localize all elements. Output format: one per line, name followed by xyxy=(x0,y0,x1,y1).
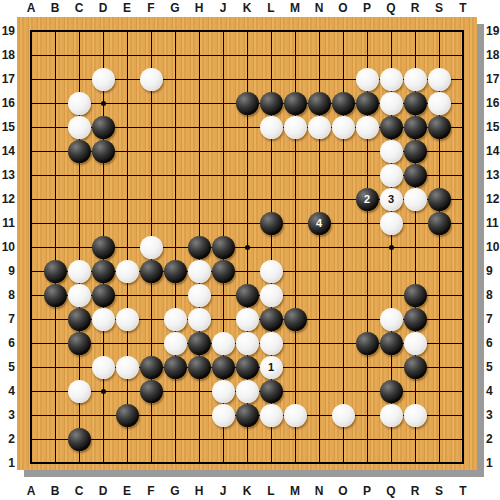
intersection-A14[interactable] xyxy=(19,139,43,163)
intersection-A2[interactable] xyxy=(19,427,43,451)
intersection-R14[interactable] xyxy=(403,139,427,163)
intersection-T6[interactable] xyxy=(451,331,475,355)
intersection-D3[interactable] xyxy=(91,403,115,427)
intersection-S9[interactable] xyxy=(427,259,451,283)
intersection-P6[interactable] xyxy=(355,331,379,355)
intersection-J18[interactable] xyxy=(211,43,235,67)
intersection-Q2[interactable] xyxy=(379,427,403,451)
intersection-M4[interactable] xyxy=(283,379,307,403)
intersection-P5[interactable] xyxy=(355,355,379,379)
intersection-R15[interactable] xyxy=(403,115,427,139)
intersection-E17[interactable] xyxy=(115,67,139,91)
intersection-B14[interactable] xyxy=(43,139,67,163)
intersection-A10[interactable] xyxy=(19,235,43,259)
intersection-A1[interactable] xyxy=(19,451,43,475)
intersection-G5[interactable] xyxy=(163,355,187,379)
intersection-C3[interactable] xyxy=(67,403,91,427)
intersection-G8[interactable] xyxy=(163,283,187,307)
intersection-L18[interactable] xyxy=(259,43,283,67)
intersection-M11[interactable] xyxy=(283,211,307,235)
intersection-T13[interactable] xyxy=(451,163,475,187)
intersection-S7[interactable] xyxy=(427,307,451,331)
intersection-E5[interactable] xyxy=(115,355,139,379)
intersection-H1[interactable] xyxy=(187,451,211,475)
intersection-T1[interactable] xyxy=(451,451,475,475)
intersection-S16[interactable] xyxy=(427,91,451,115)
intersection-S15[interactable] xyxy=(427,115,451,139)
intersection-G13[interactable] xyxy=(163,163,187,187)
intersection-A6[interactable] xyxy=(19,331,43,355)
intersection-K12[interactable] xyxy=(235,187,259,211)
intersection-S1[interactable] xyxy=(427,451,451,475)
intersection-G9[interactable] xyxy=(163,259,187,283)
intersection-O11[interactable] xyxy=(331,211,355,235)
intersection-M14[interactable] xyxy=(283,139,307,163)
intersection-N19[interactable] xyxy=(307,19,331,43)
intersection-C17[interactable] xyxy=(67,67,91,91)
intersection-P19[interactable] xyxy=(355,19,379,43)
intersection-L3[interactable] xyxy=(259,403,283,427)
intersection-J1[interactable] xyxy=(211,451,235,475)
intersection-L13[interactable] xyxy=(259,163,283,187)
intersection-Q13[interactable] xyxy=(379,163,403,187)
intersection-A17[interactable] xyxy=(19,67,43,91)
intersection-H4[interactable] xyxy=(187,379,211,403)
intersection-H8[interactable] xyxy=(187,283,211,307)
intersection-R1[interactable] xyxy=(403,451,427,475)
intersection-R11[interactable] xyxy=(403,211,427,235)
intersection-H13[interactable] xyxy=(187,163,211,187)
intersection-C16[interactable] xyxy=(67,91,91,115)
intersection-H7[interactable] xyxy=(187,307,211,331)
intersection-F12[interactable] xyxy=(139,187,163,211)
intersection-H19[interactable] xyxy=(187,19,211,43)
intersection-J19[interactable] xyxy=(211,19,235,43)
intersection-L5[interactable]: 1 xyxy=(259,355,283,379)
intersection-Q18[interactable] xyxy=(379,43,403,67)
intersection-C11[interactable] xyxy=(67,211,91,235)
intersection-O19[interactable] xyxy=(331,19,355,43)
intersection-M17[interactable] xyxy=(283,67,307,91)
intersection-C13[interactable] xyxy=(67,163,91,187)
intersection-L6[interactable] xyxy=(259,331,283,355)
intersection-D15[interactable] xyxy=(91,115,115,139)
intersection-E1[interactable] xyxy=(115,451,139,475)
intersection-R8[interactable] xyxy=(403,283,427,307)
intersection-L10[interactable] xyxy=(259,235,283,259)
intersection-J17[interactable] xyxy=(211,67,235,91)
intersection-J7[interactable] xyxy=(211,307,235,331)
intersection-C5[interactable] xyxy=(67,355,91,379)
intersection-E10[interactable] xyxy=(115,235,139,259)
intersection-F14[interactable] xyxy=(139,139,163,163)
intersection-O9[interactable] xyxy=(331,259,355,283)
intersection-A3[interactable] xyxy=(19,403,43,427)
intersection-N1[interactable] xyxy=(307,451,331,475)
intersection-B16[interactable] xyxy=(43,91,67,115)
intersection-F1[interactable] xyxy=(139,451,163,475)
intersection-T16[interactable] xyxy=(451,91,475,115)
intersection-E6[interactable] xyxy=(115,331,139,355)
intersection-H16[interactable] xyxy=(187,91,211,115)
intersection-S19[interactable] xyxy=(427,19,451,43)
intersection-T2[interactable] xyxy=(451,427,475,451)
intersection-S5[interactable] xyxy=(427,355,451,379)
intersection-L2[interactable] xyxy=(259,427,283,451)
intersection-D7[interactable] xyxy=(91,307,115,331)
intersection-R10[interactable] xyxy=(403,235,427,259)
intersection-R9[interactable] xyxy=(403,259,427,283)
intersection-G2[interactable] xyxy=(163,427,187,451)
intersection-T7[interactable] xyxy=(451,307,475,331)
intersection-A5[interactable] xyxy=(19,355,43,379)
intersection-F15[interactable] xyxy=(139,115,163,139)
intersection-F18[interactable] xyxy=(139,43,163,67)
intersection-S10[interactable] xyxy=(427,235,451,259)
intersection-B6[interactable] xyxy=(43,331,67,355)
intersection-K2[interactable] xyxy=(235,427,259,451)
intersection-B3[interactable] xyxy=(43,403,67,427)
intersection-P10[interactable] xyxy=(355,235,379,259)
intersection-B5[interactable] xyxy=(43,355,67,379)
intersection-P14[interactable] xyxy=(355,139,379,163)
intersection-F7[interactable] xyxy=(139,307,163,331)
intersection-R17[interactable] xyxy=(403,67,427,91)
intersection-J14[interactable] xyxy=(211,139,235,163)
intersection-P7[interactable] xyxy=(355,307,379,331)
intersection-E9[interactable] xyxy=(115,259,139,283)
intersection-N14[interactable] xyxy=(307,139,331,163)
intersection-J5[interactable] xyxy=(211,355,235,379)
intersection-S12[interactable] xyxy=(427,187,451,211)
intersection-F11[interactable] xyxy=(139,211,163,235)
intersection-C7[interactable] xyxy=(67,307,91,331)
intersection-O3[interactable] xyxy=(331,403,355,427)
intersection-N10[interactable] xyxy=(307,235,331,259)
intersection-N4[interactable] xyxy=(307,379,331,403)
intersection-T5[interactable] xyxy=(451,355,475,379)
intersection-Q15[interactable] xyxy=(379,115,403,139)
intersection-K14[interactable] xyxy=(235,139,259,163)
intersection-H14[interactable] xyxy=(187,139,211,163)
intersection-G3[interactable] xyxy=(163,403,187,427)
intersection-R16[interactable] xyxy=(403,91,427,115)
intersection-E16[interactable] xyxy=(115,91,139,115)
intersection-E19[interactable] xyxy=(115,19,139,43)
intersection-B10[interactable] xyxy=(43,235,67,259)
intersection-Q19[interactable] xyxy=(379,19,403,43)
intersection-N5[interactable] xyxy=(307,355,331,379)
intersection-F5[interactable] xyxy=(139,355,163,379)
intersection-B18[interactable] xyxy=(43,43,67,67)
intersection-H6[interactable] xyxy=(187,331,211,355)
intersection-K19[interactable] xyxy=(235,19,259,43)
intersection-E8[interactable] xyxy=(115,283,139,307)
intersection-N11[interactable]: 4 xyxy=(307,211,331,235)
intersection-R2[interactable] xyxy=(403,427,427,451)
intersection-B8[interactable] xyxy=(43,283,67,307)
intersection-S11[interactable] xyxy=(427,211,451,235)
intersection-M13[interactable] xyxy=(283,163,307,187)
intersection-E7[interactable] xyxy=(115,307,139,331)
intersection-B11[interactable] xyxy=(43,211,67,235)
intersection-M2[interactable] xyxy=(283,427,307,451)
intersection-M6[interactable] xyxy=(283,331,307,355)
intersection-F16[interactable] xyxy=(139,91,163,115)
intersection-T17[interactable] xyxy=(451,67,475,91)
intersection-J6[interactable] xyxy=(211,331,235,355)
intersection-M9[interactable] xyxy=(283,259,307,283)
intersection-K5[interactable] xyxy=(235,355,259,379)
intersection-T8[interactable] xyxy=(451,283,475,307)
intersection-S3[interactable] xyxy=(427,403,451,427)
intersection-G4[interactable] xyxy=(163,379,187,403)
intersection-L9[interactable] xyxy=(259,259,283,283)
intersection-R7[interactable] xyxy=(403,307,427,331)
intersection-D8[interactable] xyxy=(91,283,115,307)
intersection-Q5[interactable] xyxy=(379,355,403,379)
intersection-J12[interactable] xyxy=(211,187,235,211)
intersection-L16[interactable] xyxy=(259,91,283,115)
intersection-J8[interactable] xyxy=(211,283,235,307)
intersection-D1[interactable] xyxy=(91,451,115,475)
intersection-P17[interactable] xyxy=(355,67,379,91)
intersection-D11[interactable] xyxy=(91,211,115,235)
intersection-J16[interactable] xyxy=(211,91,235,115)
intersection-Q7[interactable] xyxy=(379,307,403,331)
intersection-D14[interactable] xyxy=(91,139,115,163)
intersection-D5[interactable] xyxy=(91,355,115,379)
intersection-P2[interactable] xyxy=(355,427,379,451)
intersection-C2[interactable] xyxy=(67,427,91,451)
intersection-L12[interactable] xyxy=(259,187,283,211)
intersection-P9[interactable] xyxy=(355,259,379,283)
intersection-C4[interactable] xyxy=(67,379,91,403)
intersection-G14[interactable] xyxy=(163,139,187,163)
intersection-E18[interactable] xyxy=(115,43,139,67)
intersection-P3[interactable] xyxy=(355,403,379,427)
intersection-O18[interactable] xyxy=(331,43,355,67)
intersection-N18[interactable] xyxy=(307,43,331,67)
intersection-E11[interactable] xyxy=(115,211,139,235)
intersection-K3[interactable] xyxy=(235,403,259,427)
intersection-H2[interactable] xyxy=(187,427,211,451)
intersection-B15[interactable] xyxy=(43,115,67,139)
intersection-K18[interactable] xyxy=(235,43,259,67)
intersection-Q14[interactable] xyxy=(379,139,403,163)
intersection-O4[interactable] xyxy=(331,379,355,403)
intersection-J15[interactable] xyxy=(211,115,235,139)
intersection-R5[interactable] xyxy=(403,355,427,379)
intersection-R3[interactable] xyxy=(403,403,427,427)
intersection-C12[interactable] xyxy=(67,187,91,211)
intersection-C8[interactable] xyxy=(67,283,91,307)
intersection-K6[interactable] xyxy=(235,331,259,355)
intersection-P15[interactable] xyxy=(355,115,379,139)
intersection-D13[interactable] xyxy=(91,163,115,187)
intersection-E14[interactable] xyxy=(115,139,139,163)
intersection-M16[interactable] xyxy=(283,91,307,115)
intersection-Q1[interactable] xyxy=(379,451,403,475)
intersection-D2[interactable] xyxy=(91,427,115,451)
intersection-T4[interactable] xyxy=(451,379,475,403)
intersection-N17[interactable] xyxy=(307,67,331,91)
intersection-P12[interactable]: 2 xyxy=(355,187,379,211)
intersection-O6[interactable] xyxy=(331,331,355,355)
intersection-A12[interactable] xyxy=(19,187,43,211)
intersection-S4[interactable] xyxy=(427,379,451,403)
intersection-R12[interactable] xyxy=(403,187,427,211)
intersection-K10[interactable] xyxy=(235,235,259,259)
intersection-J9[interactable] xyxy=(211,259,235,283)
intersection-P11[interactable] xyxy=(355,211,379,235)
intersection-O13[interactable] xyxy=(331,163,355,187)
intersection-L4[interactable] xyxy=(259,379,283,403)
intersection-G1[interactable] xyxy=(163,451,187,475)
intersection-T15[interactable] xyxy=(451,115,475,139)
intersection-A11[interactable] xyxy=(19,211,43,235)
intersection-G15[interactable] xyxy=(163,115,187,139)
intersection-G11[interactable] xyxy=(163,211,187,235)
intersection-H5[interactable] xyxy=(187,355,211,379)
intersection-D6[interactable] xyxy=(91,331,115,355)
intersection-A18[interactable] xyxy=(19,43,43,67)
intersection-N8[interactable] xyxy=(307,283,331,307)
intersection-R4[interactable] xyxy=(403,379,427,403)
intersection-A19[interactable] xyxy=(19,19,43,43)
intersection-C14[interactable] xyxy=(67,139,91,163)
intersection-L19[interactable] xyxy=(259,19,283,43)
intersection-D18[interactable] xyxy=(91,43,115,67)
intersection-E13[interactable] xyxy=(115,163,139,187)
intersection-M5[interactable] xyxy=(283,355,307,379)
intersection-A15[interactable] xyxy=(19,115,43,139)
intersection-H11[interactable] xyxy=(187,211,211,235)
intersection-F10[interactable] xyxy=(139,235,163,259)
intersection-B9[interactable] xyxy=(43,259,67,283)
intersection-L8[interactable] xyxy=(259,283,283,307)
intersection-O15[interactable] xyxy=(331,115,355,139)
intersection-J10[interactable] xyxy=(211,235,235,259)
intersection-Q6[interactable] xyxy=(379,331,403,355)
intersection-M3[interactable] xyxy=(283,403,307,427)
intersection-E4[interactable] xyxy=(115,379,139,403)
intersection-G6[interactable] xyxy=(163,331,187,355)
intersection-H17[interactable] xyxy=(187,67,211,91)
intersection-N2[interactable] xyxy=(307,427,331,451)
intersection-D4[interactable] xyxy=(91,379,115,403)
intersection-F4[interactable] xyxy=(139,379,163,403)
intersection-G19[interactable] xyxy=(163,19,187,43)
intersection-T12[interactable] xyxy=(451,187,475,211)
intersection-G12[interactable] xyxy=(163,187,187,211)
intersection-H3[interactable] xyxy=(187,403,211,427)
intersection-S14[interactable] xyxy=(427,139,451,163)
intersection-B4[interactable] xyxy=(43,379,67,403)
intersection-K13[interactable] xyxy=(235,163,259,187)
intersection-F13[interactable] xyxy=(139,163,163,187)
intersection-R19[interactable] xyxy=(403,19,427,43)
intersection-H9[interactable] xyxy=(187,259,211,283)
intersection-T9[interactable] xyxy=(451,259,475,283)
intersection-C18[interactable] xyxy=(67,43,91,67)
intersection-S8[interactable] xyxy=(427,283,451,307)
intersection-M1[interactable] xyxy=(283,451,307,475)
intersection-O16[interactable] xyxy=(331,91,355,115)
intersection-G18[interactable] xyxy=(163,43,187,67)
intersection-C19[interactable] xyxy=(67,19,91,43)
intersection-P1[interactable] xyxy=(355,451,379,475)
intersection-R6[interactable] xyxy=(403,331,427,355)
intersection-F6[interactable] xyxy=(139,331,163,355)
intersection-N16[interactable] xyxy=(307,91,331,115)
intersection-T18[interactable] xyxy=(451,43,475,67)
intersection-M12[interactable] xyxy=(283,187,307,211)
intersection-L14[interactable] xyxy=(259,139,283,163)
intersection-O12[interactable] xyxy=(331,187,355,211)
intersection-D16[interactable] xyxy=(91,91,115,115)
intersection-P18[interactable] xyxy=(355,43,379,67)
intersection-G10[interactable] xyxy=(163,235,187,259)
intersection-N9[interactable] xyxy=(307,259,331,283)
intersection-D9[interactable] xyxy=(91,259,115,283)
intersection-T10[interactable] xyxy=(451,235,475,259)
intersection-T11[interactable] xyxy=(451,211,475,235)
intersection-Q4[interactable] xyxy=(379,379,403,403)
intersection-Q17[interactable] xyxy=(379,67,403,91)
intersection-K8[interactable] xyxy=(235,283,259,307)
intersection-K11[interactable] xyxy=(235,211,259,235)
intersection-J3[interactable] xyxy=(211,403,235,427)
intersection-H10[interactable] xyxy=(187,235,211,259)
intersection-O10[interactable] xyxy=(331,235,355,259)
intersection-K16[interactable] xyxy=(235,91,259,115)
intersection-N6[interactable] xyxy=(307,331,331,355)
intersection-K7[interactable] xyxy=(235,307,259,331)
intersection-P8[interactable] xyxy=(355,283,379,307)
intersection-N12[interactable] xyxy=(307,187,331,211)
intersection-P13[interactable] xyxy=(355,163,379,187)
intersection-A8[interactable] xyxy=(19,283,43,307)
intersection-P16[interactable] xyxy=(355,91,379,115)
intersection-T3[interactable] xyxy=(451,403,475,427)
intersection-N3[interactable] xyxy=(307,403,331,427)
intersection-H15[interactable] xyxy=(187,115,211,139)
intersection-N13[interactable] xyxy=(307,163,331,187)
intersection-O8[interactable] xyxy=(331,283,355,307)
intersection-Q11[interactable] xyxy=(379,211,403,235)
intersection-T19[interactable] xyxy=(451,19,475,43)
intersection-E12[interactable] xyxy=(115,187,139,211)
intersection-G17[interactable] xyxy=(163,67,187,91)
intersection-L7[interactable] xyxy=(259,307,283,331)
intersection-E3[interactable] xyxy=(115,403,139,427)
intersection-R18[interactable] xyxy=(403,43,427,67)
intersection-B7[interactable] xyxy=(43,307,67,331)
intersection-Q16[interactable] xyxy=(379,91,403,115)
intersection-O17[interactable] xyxy=(331,67,355,91)
intersection-J2[interactable] xyxy=(211,427,235,451)
intersection-E2[interactable] xyxy=(115,427,139,451)
intersection-A7[interactable] xyxy=(19,307,43,331)
intersection-M10[interactable] xyxy=(283,235,307,259)
intersection-F19[interactable] xyxy=(139,19,163,43)
intersection-C9[interactable] xyxy=(67,259,91,283)
intersection-C6[interactable] xyxy=(67,331,91,355)
intersection-B12[interactable] xyxy=(43,187,67,211)
intersection-K17[interactable] xyxy=(235,67,259,91)
intersection-S13[interactable] xyxy=(427,163,451,187)
